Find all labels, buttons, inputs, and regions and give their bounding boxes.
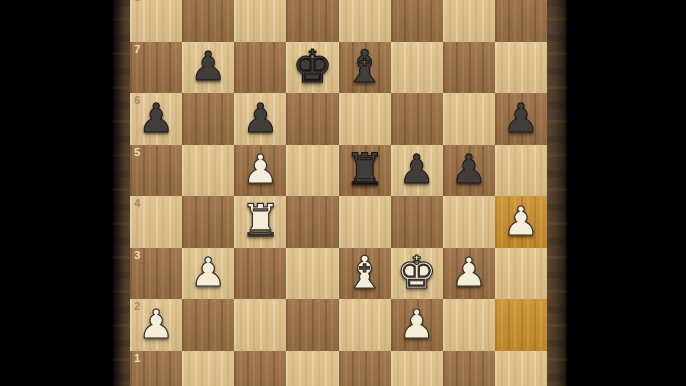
- square-g2[interactable]: [443, 299, 495, 351]
- square-h3[interactable]: [495, 248, 547, 300]
- square-a6[interactable]: 6♟: [130, 93, 182, 145]
- square-e7[interactable]: ♝: [339, 42, 391, 94]
- black-pawn-g5[interactable]: ♟: [451, 149, 487, 189]
- black-king-d7[interactable]: ♚: [292, 44, 332, 89]
- square-d1[interactable]: [286, 351, 338, 386]
- square-e5[interactable]: ♜: [339, 145, 391, 197]
- square-h1[interactable]: [495, 351, 547, 386]
- square-h4[interactable]: ♟: [495, 196, 547, 248]
- square-e1[interactable]: [339, 351, 391, 386]
- square-h6[interactable]: ♟: [495, 93, 547, 145]
- white-pawn-c5[interactable]: ♟: [242, 149, 278, 189]
- square-f2[interactable]: ♟: [391, 299, 443, 351]
- square-a1[interactable]: 1: [130, 351, 182, 386]
- rank-label-1: 1: [134, 353, 140, 365]
- square-a7[interactable]: 7: [130, 42, 182, 94]
- square-g3[interactable]: ♟: [443, 248, 495, 300]
- square-f6[interactable]: [391, 93, 443, 145]
- square-e3[interactable]: ♝: [339, 248, 391, 300]
- rank-label-5: 5: [134, 147, 140, 159]
- square-f1[interactable]: [391, 351, 443, 386]
- square-c1[interactable]: [234, 351, 286, 386]
- square-g4[interactable]: [443, 196, 495, 248]
- black-pawn-f5[interactable]: ♟: [399, 149, 435, 189]
- white-pawn-a2[interactable]: ♟: [138, 304, 174, 344]
- square-f3[interactable]: ♚: [391, 248, 443, 300]
- black-pawn-h6[interactable]: ♟: [503, 98, 539, 138]
- white-pawn-f2[interactable]: ♟: [399, 304, 435, 344]
- board-frame-right: [547, 0, 567, 386]
- square-c8[interactable]: [234, 0, 286, 42]
- square-h5[interactable]: [495, 145, 547, 197]
- square-g8[interactable]: [443, 0, 495, 42]
- white-king-f3[interactable]: ♚: [397, 250, 437, 295]
- square-c3[interactable]: [234, 248, 286, 300]
- chess-board: 87♟♚♝6♟♟♟5♟♜♟♟4♜♟3♟♝♚♟2♟♟1: [130, 0, 547, 386]
- square-e6[interactable]: [339, 93, 391, 145]
- black-bishop-e7[interactable]: ♝: [344, 44, 384, 89]
- square-c7[interactable]: [234, 42, 286, 94]
- square-b5[interactable]: [182, 145, 234, 197]
- square-b6[interactable]: [182, 93, 234, 145]
- square-f5[interactable]: ♟: [391, 145, 443, 197]
- square-b7[interactable]: ♟: [182, 42, 234, 94]
- black-pawn-b7[interactable]: ♟: [190, 46, 226, 86]
- square-g1[interactable]: [443, 351, 495, 386]
- square-d3[interactable]: [286, 248, 338, 300]
- board-frame-left: [113, 0, 130, 386]
- rank-label-4: 4: [134, 198, 140, 210]
- square-d5[interactable]: [286, 145, 338, 197]
- rank-label-3: 3: [134, 250, 140, 262]
- white-bishop-e3[interactable]: ♝: [344, 250, 384, 295]
- square-b2[interactable]: [182, 299, 234, 351]
- square-a3[interactable]: 3: [130, 248, 182, 300]
- white-pawn-g3[interactable]: ♟: [451, 252, 487, 292]
- square-e2[interactable]: [339, 299, 391, 351]
- square-e8[interactable]: [339, 0, 391, 42]
- square-e4[interactable]: [339, 196, 391, 248]
- square-d2[interactable]: [286, 299, 338, 351]
- square-h7[interactable]: [495, 42, 547, 94]
- square-c4[interactable]: ♜: [234, 196, 286, 248]
- white-pawn-b3[interactable]: ♟: [190, 252, 226, 292]
- square-d4[interactable]: [286, 196, 338, 248]
- white-pawn-h4[interactable]: ♟: [503, 201, 539, 241]
- square-b4[interactable]: [182, 196, 234, 248]
- square-d8[interactable]: [286, 0, 338, 42]
- square-f4[interactable]: [391, 196, 443, 248]
- black-pawn-c6[interactable]: ♟: [242, 98, 278, 138]
- square-a4[interactable]: 4: [130, 196, 182, 248]
- square-c6[interactable]: ♟: [234, 93, 286, 145]
- square-g7[interactable]: [443, 42, 495, 94]
- square-a8[interactable]: 8: [130, 0, 182, 42]
- rank-label-8: 8: [134, 0, 140, 4]
- square-g5[interactable]: ♟: [443, 145, 495, 197]
- square-d6[interactable]: [286, 93, 338, 145]
- square-a5[interactable]: 5: [130, 145, 182, 197]
- square-b8[interactable]: [182, 0, 234, 42]
- rank-label-7: 7: [134, 44, 140, 56]
- square-h2[interactable]: [495, 299, 547, 351]
- square-d7[interactable]: ♚: [286, 42, 338, 94]
- square-c5[interactable]: ♟: [234, 145, 286, 197]
- square-h8[interactable]: [495, 0, 547, 42]
- square-b1[interactable]: [182, 351, 234, 386]
- square-b3[interactable]: ♟: [182, 248, 234, 300]
- square-f8[interactable]: [391, 0, 443, 42]
- video-frame: 87♟♚♝6♟♟♟5♟♜♟♟4♜♟3♟♝♚♟2♟♟1: [0, 0, 686, 386]
- square-a2[interactable]: 2♟: [130, 299, 182, 351]
- white-rook-c4[interactable]: ♜: [240, 198, 280, 243]
- square-c2[interactable]: [234, 299, 286, 351]
- black-pawn-a6[interactable]: ♟: [138, 98, 174, 138]
- square-f7[interactable]: [391, 42, 443, 94]
- black-rook-e5[interactable]: ♜: [344, 147, 384, 192]
- square-g6[interactable]: [443, 93, 495, 145]
